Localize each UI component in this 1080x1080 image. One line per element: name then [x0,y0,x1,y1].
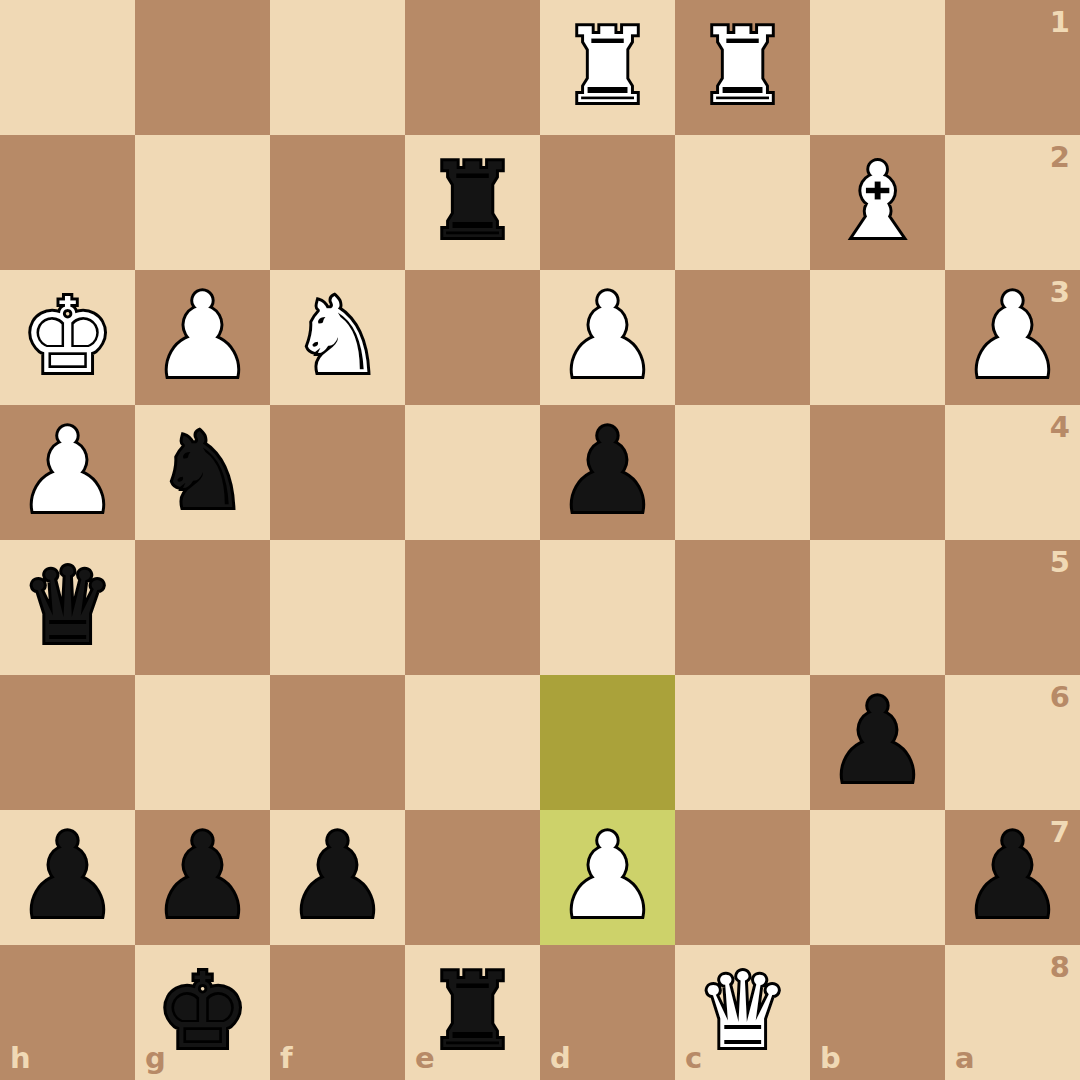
black-rook[interactable]: ♜ [405,135,540,270]
square-h7[interactable]: ♟ [0,810,135,945]
square-e4[interactable] [405,405,540,540]
square-e5[interactable] [405,540,540,675]
black-pawn[interactable]: ♟ [135,810,270,945]
square-a7[interactable]: ♟7 [945,810,1080,945]
chess-board: ♜♜1♜♝2♚♟♞♟♟3♟♞♟4♛5♟6♟♟♟♟♟7h♚gf♜ed♛cba8 [0,0,1080,1080]
file-label-a: a [955,1041,975,1075]
white-rook[interactable]: ♜ [540,0,675,135]
square-a4[interactable]: 4 [945,405,1080,540]
square-f1[interactable] [270,0,405,135]
square-e7[interactable] [405,810,540,945]
white-rook[interactable]: ♜ [675,0,810,135]
square-c7[interactable] [675,810,810,945]
square-g6[interactable] [135,675,270,810]
square-a6[interactable]: 6 [945,675,1080,810]
white-bishop[interactable]: ♝ [810,135,945,270]
square-b6[interactable]: ♟ [810,675,945,810]
black-pawn[interactable]: ♟ [540,405,675,540]
square-b3[interactable] [810,270,945,405]
square-d5[interactable] [540,540,675,675]
square-h4[interactable]: ♟ [0,405,135,540]
square-h2[interactable] [0,135,135,270]
square-c3[interactable] [675,270,810,405]
file-label-f: f [280,1041,293,1075]
white-knight[interactable]: ♞ [270,270,405,405]
square-b2[interactable]: ♝ [810,135,945,270]
square-f2[interactable] [270,135,405,270]
square-e3[interactable] [405,270,540,405]
black-pawn[interactable]: ♟ [810,675,945,810]
square-h6[interactable] [0,675,135,810]
square-b7[interactable] [810,810,945,945]
square-a5[interactable]: 5 [945,540,1080,675]
white-pawn[interactable]: ♟ [945,270,1080,405]
square-g7[interactable]: ♟ [135,810,270,945]
square-b5[interactable] [810,540,945,675]
square-f8[interactable]: f [270,945,405,1080]
square-g2[interactable] [135,135,270,270]
square-a2[interactable]: 2 [945,135,1080,270]
square-a8[interactable]: a8 [945,945,1080,1080]
rank-label-2: 2 [1050,140,1070,174]
square-e8[interactable]: ♜e [405,945,540,1080]
square-c6[interactable] [675,675,810,810]
black-knight[interactable]: ♞ [135,405,270,540]
square-c5[interactable] [675,540,810,675]
black-pawn[interactable]: ♟ [270,810,405,945]
square-d2[interactable] [540,135,675,270]
square-h1[interactable] [0,0,135,135]
black-pawn[interactable]: ♟ [0,810,135,945]
square-c4[interactable] [675,405,810,540]
rank-label-6: 6 [1050,680,1070,714]
square-h8[interactable]: h [0,945,135,1080]
square-d1[interactable]: ♜ [540,0,675,135]
square-d7[interactable]: ♟ [540,810,675,945]
square-b4[interactable] [810,405,945,540]
square-b1[interactable] [810,0,945,135]
rank-label-1: 1 [1050,5,1070,39]
square-f5[interactable] [270,540,405,675]
square-g8[interactable]: ♚g [135,945,270,1080]
square-d4[interactable]: ♟ [540,405,675,540]
square-f3[interactable]: ♞ [270,270,405,405]
square-e2[interactable]: ♜ [405,135,540,270]
square-h5[interactable]: ♛ [0,540,135,675]
square-a1[interactable]: 1 [945,0,1080,135]
square-g5[interactable] [135,540,270,675]
square-b8[interactable]: b [810,945,945,1080]
rank-label-4: 4 [1050,410,1070,444]
rank-label-8: 8 [1050,950,1070,984]
square-c2[interactable] [675,135,810,270]
square-g3[interactable]: ♟ [135,270,270,405]
square-d6[interactable] [540,675,675,810]
file-label-d: d [550,1041,571,1075]
white-king[interactable]: ♚ [0,270,135,405]
white-pawn[interactable]: ♟ [540,810,675,945]
square-d8[interactable]: d [540,945,675,1080]
black-pawn[interactable]: ♟ [945,810,1080,945]
square-f6[interactable] [270,675,405,810]
square-c1[interactable]: ♜ [675,0,810,135]
square-g4[interactable]: ♞ [135,405,270,540]
rank-label-5: 5 [1050,545,1070,579]
square-e1[interactable] [405,0,540,135]
square-f4[interactable] [270,405,405,540]
white-pawn[interactable]: ♟ [0,405,135,540]
square-g1[interactable] [135,0,270,135]
square-c8[interactable]: ♛c [675,945,810,1080]
square-f7[interactable]: ♟ [270,810,405,945]
black-rook[interactable]: ♜ [405,945,540,1080]
square-d3[interactable]: ♟ [540,270,675,405]
file-label-h: h [10,1041,31,1075]
file-label-b: b [820,1041,841,1075]
square-h3[interactable]: ♚ [0,270,135,405]
white-queen[interactable]: ♛ [675,945,810,1080]
black-queen[interactable]: ♛ [0,540,135,675]
square-e6[interactable] [405,675,540,810]
white-pawn[interactable]: ♟ [135,270,270,405]
square-a3[interactable]: ♟3 [945,270,1080,405]
black-king[interactable]: ♚ [135,945,270,1080]
white-pawn[interactable]: ♟ [540,270,675,405]
